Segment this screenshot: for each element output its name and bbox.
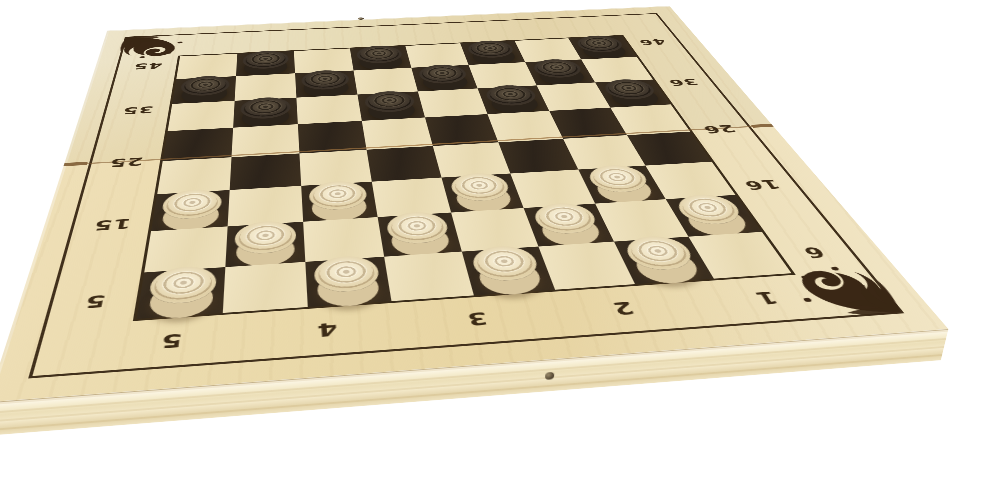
square-h2[interactable] bbox=[666, 195, 762, 237]
square-g3[interactable] bbox=[578, 166, 665, 204]
dark-checker-piece[interactable] bbox=[301, 69, 350, 90]
square-d1[interactable] bbox=[384, 252, 474, 302]
coordinate-label-left-1: 35 bbox=[121, 104, 154, 116]
coordinate-label-right-4: 6 bbox=[799, 244, 829, 261]
square-h7[interactable] bbox=[581, 57, 653, 83]
light-checker-piece[interactable] bbox=[234, 220, 297, 255]
dark-checker-piece[interactable] bbox=[530, 58, 585, 78]
light-checker-piece[interactable] bbox=[385, 211, 451, 245]
hinge-notch-left bbox=[63, 162, 87, 167]
dark-checker-piece[interactable] bbox=[417, 64, 469, 85]
square-c6[interactable] bbox=[296, 95, 361, 125]
light-checker-piece[interactable] bbox=[313, 255, 381, 294]
light-checker-piece[interactable] bbox=[672, 193, 748, 226]
square-b8[interactable] bbox=[236, 51, 295, 76]
coordinate-label-bottom-2: 3 bbox=[464, 308, 490, 328]
hinge-pin-front-edge bbox=[545, 372, 554, 380]
square-g1[interactable] bbox=[614, 237, 714, 284]
coordinate-label-right-3: 16 bbox=[740, 177, 783, 192]
square-h8[interactable] bbox=[568, 36, 636, 60]
light-checker-piece[interactable] bbox=[161, 188, 223, 220]
light-checker-piece[interactable] bbox=[147, 265, 217, 305]
light-checker-piece[interactable] bbox=[620, 235, 698, 272]
dark-checker-piece[interactable] bbox=[242, 50, 288, 70]
coordinate-label-bottom-0: 5 bbox=[160, 330, 184, 352]
coordinate-label-bottom-4: 1 bbox=[750, 288, 781, 307]
light-checker-piece[interactable] bbox=[469, 244, 542, 282]
coordinate-label-bottom-3: 2 bbox=[609, 298, 638, 318]
square-a1[interactable] bbox=[137, 267, 226, 319]
light-checker-piece[interactable] bbox=[448, 172, 513, 202]
square-b1[interactable] bbox=[223, 262, 308, 313]
coordinate-label-bottom-1: 4 bbox=[315, 319, 338, 340]
square-e7[interactable] bbox=[411, 65, 477, 92]
square-a3[interactable] bbox=[151, 190, 230, 231]
square-d8[interactable] bbox=[350, 46, 411, 71]
coordinate-label-left-2: 25 bbox=[108, 155, 145, 169]
coordinate-label-left-3: 15 bbox=[92, 216, 133, 233]
coordinate-label-right-1: 36 bbox=[666, 77, 701, 88]
square-c4[interactable] bbox=[299, 150, 371, 186]
square-f1[interactable] bbox=[538, 242, 635, 290]
light-checker-piece[interactable] bbox=[308, 180, 368, 211]
coordinate-label-left-0: 45 bbox=[133, 61, 164, 71]
square-e1[interactable] bbox=[462, 247, 555, 296]
square-b2[interactable] bbox=[225, 222, 305, 267]
light-checker-piece[interactable] bbox=[530, 202, 601, 235]
square-g2[interactable] bbox=[595, 199, 688, 241]
square-c2[interactable] bbox=[303, 217, 384, 262]
square-e2[interactable] bbox=[451, 208, 538, 252]
dark-checker-piece[interactable] bbox=[240, 96, 291, 120]
square-c1[interactable] bbox=[305, 257, 391, 307]
square-e6[interactable] bbox=[418, 88, 488, 117]
corner-ornament-bottom-right-icon bbox=[747, 250, 908, 323]
light-checker-piece[interactable] bbox=[584, 164, 653, 194]
square-f2[interactable] bbox=[524, 204, 614, 247]
product-photo-scene: 45352515546362616654321 bbox=[0, 0, 1000, 477]
dark-checker-piece[interactable] bbox=[355, 45, 403, 64]
dark-checker-piece[interactable] bbox=[573, 35, 627, 54]
square-e3[interactable] bbox=[442, 173, 524, 212]
square-d3[interactable] bbox=[372, 178, 451, 218]
square-c7[interactable] bbox=[295, 70, 357, 97]
coordinate-label-right-0: 46 bbox=[636, 37, 668, 46]
dark-checker-piece[interactable] bbox=[483, 84, 539, 106]
hinge-notch-right bbox=[751, 124, 774, 128]
dark-checker-piece[interactable] bbox=[180, 75, 230, 97]
square-b5[interactable] bbox=[231, 124, 299, 157]
square-e4[interactable] bbox=[433, 142, 510, 177]
dark-checker-piece[interactable] bbox=[600, 78, 660, 100]
dark-checker-piece[interactable] bbox=[465, 40, 516, 59]
square-a4[interactable] bbox=[157, 157, 231, 194]
square-c3[interactable] bbox=[301, 182, 377, 222]
square-h3[interactable] bbox=[645, 162, 735, 200]
square-d4[interactable] bbox=[367, 146, 442, 182]
square-a2[interactable] bbox=[144, 226, 227, 272]
square-c5[interactable] bbox=[298, 121, 367, 154]
coordinate-label-left-4: 5 bbox=[83, 291, 108, 311]
square-a6[interactable] bbox=[168, 101, 235, 131]
square-f3[interactable] bbox=[510, 169, 595, 208]
square-d6[interactable] bbox=[357, 91, 425, 120]
square-a7[interactable] bbox=[172, 76, 236, 104]
square-b6[interactable] bbox=[233, 98, 298, 128]
dark-checker-piece[interactable] bbox=[363, 90, 416, 113]
square-d2[interactable] bbox=[378, 213, 462, 257]
square-b4[interactable] bbox=[230, 153, 302, 190]
square-h1[interactable] bbox=[688, 232, 791, 279]
square-b3[interactable] bbox=[228, 186, 304, 227]
checkers-board: 45352515546362616654321 bbox=[0, 6, 949, 402]
square-a5[interactable] bbox=[163, 128, 233, 161]
